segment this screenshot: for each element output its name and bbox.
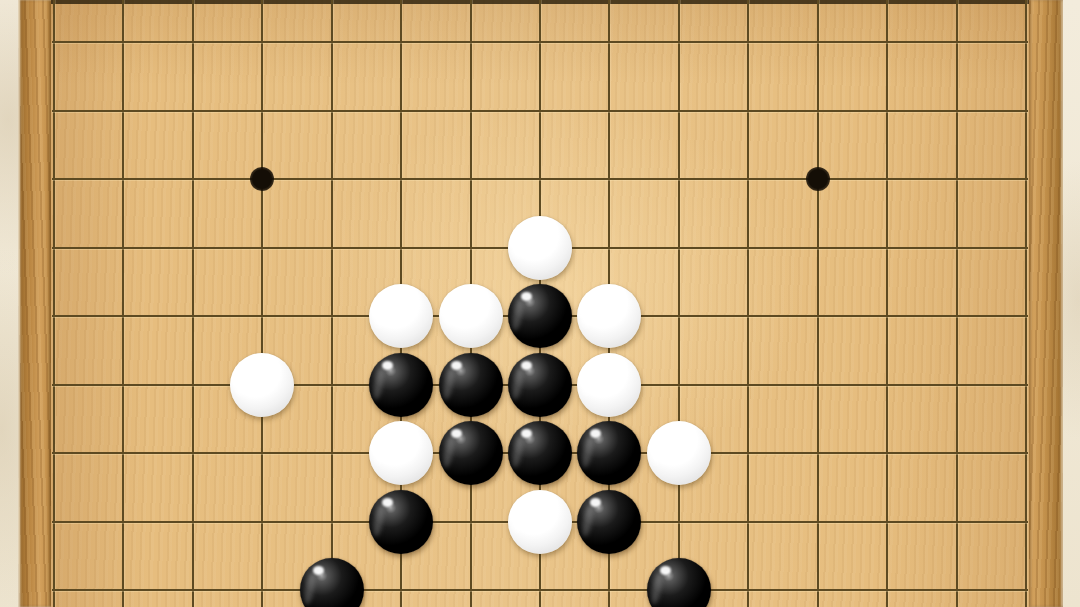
black-stone[interactable] <box>508 421 572 485</box>
grid-line-vertical <box>331 0 333 607</box>
white-stone[interactable] <box>439 284 503 348</box>
black-stone[interactable] <box>577 490 641 554</box>
black-stone[interactable] <box>577 421 641 485</box>
white-stone[interactable] <box>230 353 294 417</box>
grid-line-horizontal <box>52 178 1028 180</box>
black-stone[interactable] <box>439 421 503 485</box>
grid-line-vertical <box>261 0 263 607</box>
video-frame <box>0 0 1080 607</box>
black-stone[interactable] <box>508 284 572 348</box>
board-frame-left <box>18 0 51 607</box>
star-point <box>250 167 274 191</box>
white-stone[interactable] <box>508 490 572 554</box>
black-stone[interactable] <box>369 490 433 554</box>
grid-line-vertical <box>747 0 749 607</box>
black-stone[interactable] <box>369 353 433 417</box>
grid-line-vertical <box>956 0 958 607</box>
grid-line-horizontal <box>52 589 1028 591</box>
grid-line-vertical <box>678 0 680 607</box>
white-stone[interactable] <box>369 421 433 485</box>
grid-line-vertical <box>192 0 194 607</box>
white-stone[interactable] <box>647 421 711 485</box>
white-stone[interactable] <box>577 284 641 348</box>
grid-line-vertical <box>817 0 819 607</box>
grid-line-vertical <box>1025 0 1027 607</box>
go-board[interactable] <box>51 0 1029 607</box>
white-stone[interactable] <box>577 353 641 417</box>
grid-line-horizontal <box>52 110 1028 112</box>
grid-line-horizontal <box>52 41 1028 43</box>
star-point <box>806 167 830 191</box>
black-stone[interactable] <box>300 558 364 607</box>
grid-line-vertical <box>122 0 124 607</box>
black-stone[interactable] <box>647 558 711 607</box>
white-stone[interactable] <box>508 216 572 280</box>
grid-line-vertical <box>53 0 55 607</box>
black-stone[interactable] <box>439 353 503 417</box>
grid-line-vertical <box>886 0 888 607</box>
board-frame-right <box>1029 0 1063 607</box>
black-stone[interactable] <box>508 353 572 417</box>
white-stone[interactable] <box>369 284 433 348</box>
